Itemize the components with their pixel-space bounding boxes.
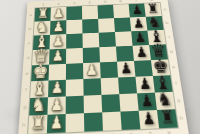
square-h8: ♜	[157, 109, 178, 128]
coord-label-6: 6	[122, 130, 141, 134]
coord-label-c: c	[25, 36, 33, 51]
black-pawn-e6: ♟	[117, 58, 136, 78]
coord-label-5: 5	[103, 131, 122, 134]
square-f5	[101, 78, 120, 95]
coord-label-b: b	[26, 22, 34, 36]
square-b3	[66, 20, 82, 35]
square-a3	[66, 6, 82, 20]
square-h3	[66, 113, 85, 132]
square-c4	[82, 33, 99, 48]
square-d7: ♟	[133, 45, 151, 61]
coord-label-c: c	[165, 30, 174, 45]
coord-label-f: f	[22, 81, 30, 98]
coord-label-d: d	[24, 50, 32, 66]
coord-label-h: h	[176, 109, 186, 128]
board-squares: ♜♟♟♜♞♟♟♞♝♟♟♝♛♟♟♛♚♟♟♚♝♟♟♝♞♟♟♞♜♟♟♜	[28, 3, 178, 134]
coord-label-8: 8	[159, 129, 179, 134]
square-h5	[102, 112, 122, 131]
coord-label-3: 3	[66, 0, 82, 6]
coord-label-7: 7	[141, 129, 161, 134]
square-e5	[100, 62, 118, 79]
coord-label-f: f	[171, 75, 181, 92]
square-c6	[115, 31, 133, 46]
square-g6	[119, 93, 138, 111]
square-a5	[98, 5, 114, 19]
square-h7: ♟	[139, 110, 159, 129]
coord-label-d: d	[167, 44, 176, 59]
square-d3	[66, 48, 83, 64]
square-h1: ♜	[28, 115, 47, 134]
square-a4	[82, 6, 98, 20]
photo-background: 12345678 12345678 abcdefgh abcdefgh ♜♟♟♜…	[0, 0, 200, 134]
coord-label-h: h	[19, 116, 28, 134]
square-b6	[114, 17, 131, 32]
coord-label-g: g	[21, 98, 30, 116]
square-e6: ♟	[117, 61, 135, 78]
square-h6	[120, 111, 140, 130]
chess-board: 12345678 12345678 abcdefgh abcdefgh ♜♟♟♜…	[18, 0, 190, 134]
coord-label-3: 3	[66, 133, 85, 134]
square-d5	[99, 46, 117, 62]
square-h2: ♟	[47, 114, 66, 133]
square-a6	[113, 4, 130, 18]
coord-label-a: a	[27, 8, 34, 22]
coord-label-a: a	[161, 3, 169, 17]
coord-label-g: g	[174, 91, 184, 109]
square-h4	[84, 112, 103, 131]
square-e3	[66, 63, 83, 80]
square-f4	[83, 78, 101, 95]
square-g3	[66, 96, 84, 114]
square-c3	[66, 33, 83, 48]
square-b4	[82, 19, 98, 34]
white-pawn-e4: ♟	[83, 59, 101, 79]
square-g5	[101, 94, 120, 112]
black-rook-h8: ♜	[157, 106, 178, 129]
square-f3	[66, 79, 84, 96]
coord-label-4: 4	[84, 132, 103, 134]
coord-label-b: b	[163, 16, 172, 30]
white-rook-h1: ♜	[28, 111, 47, 134]
square-e4: ♟	[83, 62, 101, 79]
square-c5	[99, 32, 116, 47]
square-d2: ♟	[49, 49, 66, 65]
white-pawn-h2: ♟	[47, 111, 66, 134]
square-g4	[84, 95, 103, 113]
coord-label-e: e	[169, 59, 178, 75]
white-pawn-d2: ♟	[49, 46, 66, 65]
coord-label-e: e	[23, 65, 31, 81]
square-f6	[118, 77, 137, 94]
square-b5	[98, 18, 115, 33]
